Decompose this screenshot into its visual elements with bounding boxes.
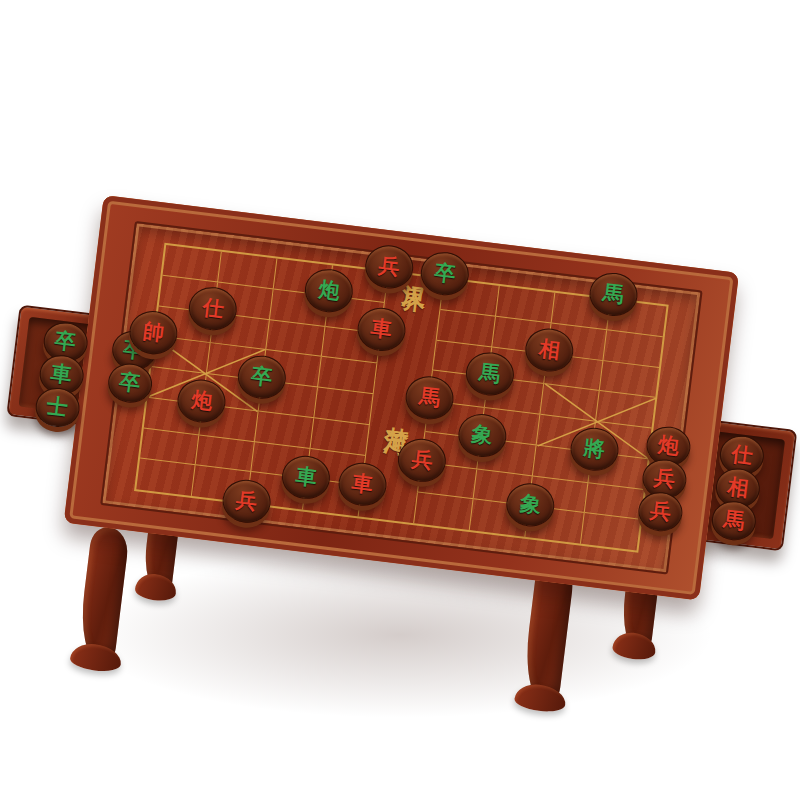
piece-character: 相	[726, 476, 749, 499]
piece-character: 車	[49, 363, 72, 386]
table-leg-foot	[69, 641, 123, 673]
piece-character: 兵	[649, 500, 672, 523]
piece-character: 兵	[235, 490, 258, 513]
green-piece-士[interactable]: 士	[33, 385, 81, 429]
piece-character: 士	[45, 396, 68, 419]
piece-character: 象	[470, 424, 493, 447]
piece-character: 卒	[250, 365, 273, 388]
piece-character: 馬	[722, 509, 745, 532]
xiangqi-board: 汉界 楚河 帥仕炮兵兵車車馬兵相卒炮車卒馬象馬將象	[100, 221, 703, 575]
piece-character: 仕	[730, 444, 753, 467]
piece-character: 炮	[657, 434, 680, 457]
piece-character: 相	[538, 338, 561, 361]
table-leg-foot	[134, 572, 177, 603]
piece-character: 卒	[118, 371, 141, 394]
piece-character: 兵	[410, 448, 433, 471]
piece-character: 車	[351, 472, 374, 495]
piece-character: 卒	[53, 330, 76, 353]
piece-character: 馬	[478, 362, 501, 385]
table-leg	[76, 525, 130, 664]
piece-character: 仕	[202, 297, 225, 320]
piece-character: 馬	[601, 283, 624, 306]
piece-character: 炮	[317, 279, 340, 302]
piece-character: 帥	[142, 321, 165, 344]
piece-character: 象	[519, 493, 542, 516]
xiangqi-table: 卒卒車卒士 炮仕兵相兵馬 汉界 楚河 帥仕炮兵兵車車馬兵相卒炮車卒馬象馬將象	[0, 125, 800, 775]
piece-character: 將	[582, 438, 605, 461]
product-photo-scene: 卒卒車卒士 炮仕兵相兵馬 汉界 楚河 帥仕炮兵兵車車馬兵相卒炮車卒馬象馬將象	[0, 0, 800, 800]
table-leg-foot	[513, 682, 567, 714]
piece-character: 車	[370, 317, 393, 340]
piece-character: 兵	[377, 255, 400, 278]
piece-character: 車	[295, 465, 318, 488]
piece-character: 兵	[653, 467, 676, 490]
red-piece-馬[interactable]: 馬	[710, 499, 758, 543]
piece-character: 馬	[418, 386, 441, 409]
piece-character: 炮	[190, 390, 213, 413]
piece-character: 卒	[433, 262, 456, 285]
table-leg-foot	[611, 630, 657, 661]
